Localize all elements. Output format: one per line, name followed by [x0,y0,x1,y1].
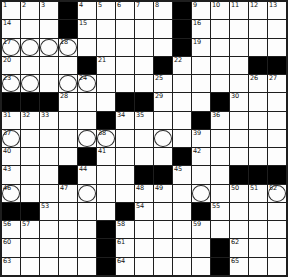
cell-r1c4-black [59,2,77,19]
cell-r10c9-black [154,166,172,183]
cell-r12c11-black [192,203,210,220]
cell-r2c13[interactable] [230,20,248,37]
cell-r4c14-black [249,57,267,74]
cell-r14c5[interactable] [78,239,96,256]
cell-r15c10[interactable] [173,258,191,275]
cell-r6c2-black [21,93,39,110]
cell-r10c7[interactable] [116,166,134,183]
cell-r11c5[interactable] [78,185,96,202]
circle-marker [59,75,77,92]
clue-number-37: 37 [3,130,11,137]
clue-number-49: 49 [155,185,163,192]
cell-r9c2[interactable] [21,148,39,165]
cell-r11c8[interactable]: 48 [135,185,153,202]
clue-number-20: 20 [3,57,11,64]
cell-r8c5[interactable] [78,130,96,147]
cell-r2c4-black [59,20,77,37]
cell-r7c13[interactable] [230,112,248,129]
cell-r3c7[interactable] [116,39,134,56]
cell-r14c9[interactable] [154,239,172,256]
cell-r9c13[interactable] [230,148,248,165]
cell-r7c9[interactable] [154,112,172,129]
cell-r13c14[interactable] [249,221,267,238]
cell-r1c14[interactable]: 12 [249,2,267,19]
cell-r2c3[interactable] [40,20,58,37]
clue-number-16: 16 [193,20,201,27]
cell-r8c10[interactable] [173,130,191,147]
cell-r4c11[interactable] [192,57,210,74]
cell-r15c15[interactable] [268,258,286,275]
cell-r4c12[interactable] [211,57,229,74]
clue-number-15: 15 [79,20,87,27]
cell-r11c7[interactable] [116,185,134,202]
cell-r14c6-black [97,239,115,256]
cell-r9c9[interactable] [154,148,172,165]
cell-r14c12-black [211,239,229,256]
cell-r13c1[interactable]: 56 [2,221,20,238]
cell-r15c12-black [211,258,229,275]
cell-r8c14[interactable] [249,130,267,147]
cell-r1c15[interactable]: 13 [268,2,286,19]
cell-r2c6[interactable] [97,20,115,37]
cell-r9c1[interactable]: 40 [2,148,20,165]
cell-r5c3[interactable] [40,75,58,92]
cell-r1c12[interactable]: 10 [211,2,229,19]
clue-number-64: 64 [117,258,125,265]
clue-number-58: 58 [117,221,125,228]
cell-r2c2[interactable] [21,20,39,37]
cell-r10c15-black [268,166,286,183]
cell-r12c10[interactable] [173,203,191,220]
clue-number-3: 3 [41,2,45,9]
cell-r4c10[interactable]: 22 [173,57,191,74]
clue-number-59: 59 [193,221,201,228]
clue-number-9: 9 [193,2,197,9]
cell-r3c13[interactable] [230,39,248,56]
clue-number-6: 6 [117,2,121,9]
cell-r9c3[interactable] [40,148,58,165]
clue-number-10: 10 [212,2,220,9]
cell-r7c14[interactable] [249,112,267,129]
cell-r1c3[interactable]: 3 [40,2,58,19]
cell-r4c9-black [154,57,172,74]
crossword-grid: 1234567891011121314151617181920212223242… [0,0,288,277]
cell-r12c13[interactable] [230,203,248,220]
cell-r3c2[interactable] [21,39,39,56]
cell-r14c7[interactable]: 61 [116,239,134,256]
cell-r7c5[interactable] [78,112,96,129]
cell-r4c2[interactable] [21,57,39,74]
clue-number-14: 14 [3,20,11,27]
cell-r15c4[interactable] [59,258,77,275]
cell-r6c14[interactable] [249,93,267,110]
cell-r13c9[interactable] [154,221,172,238]
clue-number-8: 8 [155,2,159,9]
cell-r5c10[interactable] [173,75,191,92]
cell-r4c8[interactable] [135,57,153,74]
cell-r10c12[interactable] [211,166,229,183]
cell-r5c7[interactable] [116,75,134,92]
cell-r9c8[interactable] [135,148,153,165]
cell-r2c5[interactable]: 15 [78,20,96,37]
clue-number-12: 12 [250,2,258,9]
clue-number-48: 48 [136,185,144,192]
cell-r12c9[interactable] [154,203,172,220]
cell-r4c1[interactable]: 20 [2,57,20,74]
clue-number-61: 61 [117,239,125,246]
cell-r6c12-black [211,93,229,110]
cell-r6c11[interactable] [192,93,210,110]
cell-r4c6[interactable]: 21 [97,57,115,74]
cell-r1c1[interactable]: 1 [2,2,20,19]
circle-marker [40,39,58,56]
cell-r3c10-black [173,39,191,56]
clue-number-42: 42 [193,148,201,155]
cell-r13c5[interactable] [78,221,96,238]
cell-r15c14[interactable] [249,258,267,275]
cell-r9c12[interactable] [211,148,229,165]
cell-r13c11[interactable]: 59 [192,221,210,238]
cell-r1c7[interactable]: 6 [116,2,134,19]
cell-r15c3[interactable] [40,258,58,275]
cell-r10c14-black [249,166,267,183]
cell-r12c5[interactable] [78,203,96,220]
cell-r13c8[interactable] [135,221,153,238]
cell-r14c8[interactable] [135,239,153,256]
clue-number-2: 2 [22,2,26,9]
cell-r8c12[interactable] [211,130,229,147]
cell-r6c3-black [40,93,58,110]
cell-r8c4[interactable] [59,130,77,147]
cell-r10c11[interactable] [192,166,210,183]
clue-number-40: 40 [3,148,11,155]
clue-number-31: 31 [3,112,11,119]
cell-r13c7[interactable]: 58 [116,221,134,238]
cell-r3c11[interactable]: 19 [192,39,210,56]
cell-r12c2-black [21,203,39,220]
cell-r10c2[interactable] [21,166,39,183]
cell-r2c10-black [173,20,191,37]
cell-r10c8-black [135,166,153,183]
cell-r4c3[interactable] [40,57,58,74]
clue-number-7: 7 [136,2,140,9]
cell-r6c9[interactable]: 29 [154,93,172,110]
cell-r12c6[interactable] [97,203,115,220]
clue-number-43: 43 [3,166,11,173]
cell-r13c3[interactable] [40,221,58,238]
cell-r12c7-black [116,203,134,220]
cell-r1c10-black [173,2,191,19]
cell-r13c6-black [97,221,115,238]
cell-r7c4[interactable] [59,112,77,129]
cell-r9c15[interactable] [268,148,286,165]
cell-r5c4[interactable] [59,75,77,92]
cell-r6c1-black [2,93,20,110]
cell-r6c5[interactable] [78,93,96,110]
cell-r4c13[interactable] [230,57,248,74]
clue-number-34: 34 [117,112,125,119]
cell-r13c15[interactable] [268,221,286,238]
clue-number-25: 25 [155,75,163,82]
clue-number-53: 53 [41,203,49,210]
cell-r2c15[interactable] [268,20,286,37]
cell-r7c12[interactable]: 36 [211,112,229,129]
cell-r5c5[interactable]: 24 [78,75,96,92]
cell-r2c12[interactable] [211,20,229,37]
cell-r13c12[interactable] [211,221,229,238]
clue-number-13: 13 [269,2,277,9]
cell-r5c2[interactable] [21,75,39,92]
cell-r6c13[interactable]: 30 [230,93,248,110]
cell-r7c7[interactable]: 34 [116,112,134,129]
cell-r9c4[interactable] [59,148,77,165]
clue-number-63: 63 [3,258,11,265]
cell-r3c8[interactable] [135,39,153,56]
cell-r3c6[interactable] [97,39,115,56]
clue-number-41: 41 [98,148,106,155]
clue-number-17: 17 [3,39,11,46]
cell-r1c11[interactable]: 9 [192,2,210,19]
cell-r11c1[interactable]: 46 [2,185,20,202]
cell-r9c10-black [173,148,191,165]
cell-r1c9[interactable]: 8 [154,2,172,19]
cell-r11c4[interactable]: 47 [59,185,77,202]
cell-r10c13-black [230,166,248,183]
cell-r7c6-black [97,112,115,129]
cell-r8c8[interactable] [135,130,153,147]
cell-r12c12[interactable]: 55 [211,203,229,220]
cell-r12c8[interactable]: 54 [135,203,153,220]
cell-r6c10[interactable] [173,93,191,110]
clue-number-30: 30 [231,93,239,100]
crossword-page: 1234567891011121314151617181920212223242… [0,0,288,277]
clue-number-35: 35 [136,112,144,119]
cell-r6c7-black [116,93,134,110]
cell-r15c6-black [97,258,115,275]
cell-r15c2[interactable] [21,258,39,275]
cell-r2c9[interactable] [154,20,172,37]
clue-number-11: 11 [231,2,239,9]
cell-r1c2[interactable]: 2 [21,2,39,19]
cell-r9c11[interactable]: 42 [192,148,210,165]
clue-number-50: 50 [231,185,239,192]
cell-r1c6[interactable]: 5 [97,2,115,19]
clue-number-4: 4 [79,2,83,9]
cell-r1c8[interactable]: 7 [135,2,153,19]
clue-number-47: 47 [60,185,68,192]
cell-r5c1[interactable]: 23 [2,75,20,92]
cell-r13c10[interactable] [173,221,191,238]
cell-r9c6[interactable]: 41 [97,148,115,165]
clue-number-5: 5 [98,2,102,9]
clue-number-36: 36 [212,112,220,119]
cell-r12c15[interactable] [268,203,286,220]
clue-number-55: 55 [212,203,220,210]
cell-r11c3[interactable] [40,185,58,202]
cell-r4c4[interactable] [59,57,77,74]
cell-r12c3[interactable]: 53 [40,203,58,220]
cell-r3c5[interactable] [78,39,96,56]
cell-r10c3[interactable] [40,166,58,183]
clue-number-56: 56 [3,221,11,228]
cell-r2c8[interactable] [135,20,153,37]
cell-r2c14[interactable] [249,20,267,37]
cell-r14c1[interactable]: 60 [2,239,20,256]
cell-r7c8[interactable]: 35 [135,112,153,129]
cell-r2c1[interactable]: 14 [2,20,20,37]
cell-r13c13[interactable] [230,221,248,238]
cell-r6c15[interactable] [268,93,286,110]
cell-r3c1[interactable]: 17 [2,39,20,56]
clue-number-33: 33 [41,112,49,119]
cell-r14c4[interactable] [59,239,77,256]
circle-marker [21,75,39,92]
clue-number-45: 45 [174,166,182,173]
cell-r4c7[interactable] [116,57,134,74]
cell-r10c10[interactable]: 45 [173,166,191,183]
clue-number-29: 29 [155,93,163,100]
clue-number-65: 65 [231,258,239,265]
cell-r13c2[interactable]: 57 [21,221,39,238]
cell-r8c1[interactable]: 37 [2,130,20,147]
cell-r12c4[interactable] [59,203,77,220]
cell-r3c4[interactable]: 18 [59,39,77,56]
circle-marker [78,185,96,202]
cell-r12c1-black [2,203,20,220]
clue-number-62: 62 [231,239,239,246]
clue-number-18: 18 [60,39,68,46]
clue-number-24: 24 [79,75,87,82]
cell-r7c10[interactable] [173,112,191,129]
cell-r15c13[interactable]: 65 [230,258,248,275]
clue-number-54: 54 [136,203,144,210]
cell-r9c7[interactable] [116,148,134,165]
cell-r8c3[interactable] [40,130,58,147]
cell-r14c10[interactable] [173,239,191,256]
cell-r5c14[interactable]: 26 [249,75,267,92]
cell-r10c6[interactable] [97,166,115,183]
cell-r10c4-black [59,166,77,183]
cell-r14c11[interactable] [192,239,210,256]
cell-r3c14[interactable] [249,39,267,56]
cell-r5c8[interactable] [135,75,153,92]
cell-r4c5-black [78,57,96,74]
cell-r14c15[interactable] [268,239,286,256]
cell-r10c5[interactable]: 44 [78,166,96,183]
cell-r5c12[interactable] [211,75,229,92]
cell-r11c11[interactable] [192,185,210,202]
cell-r5c15[interactable]: 27 [268,75,286,92]
cell-r10c1[interactable]: 43 [2,166,20,183]
cell-r6c8-black [135,93,153,110]
cell-r13c4[interactable] [59,221,77,238]
cell-r7c1[interactable]: 31 [2,112,20,129]
cell-r9c14[interactable] [249,148,267,165]
clue-number-1: 1 [3,2,7,9]
cell-r8c6[interactable]: 38 [97,130,115,147]
cell-r11c6[interactable] [97,185,115,202]
cell-r14c3[interactable] [40,239,58,256]
clue-number-46: 46 [3,185,11,192]
cell-r6c6[interactable] [97,93,115,110]
cell-r11c15[interactable]: 52 [268,185,286,202]
cell-r15c5[interactable] [78,258,96,275]
cell-r11c12[interactable] [211,185,229,202]
cell-r5c11[interactable] [192,75,210,92]
cell-r8c9[interactable] [154,130,172,147]
cell-r15c1[interactable]: 63 [2,258,20,275]
circle-marker [78,130,96,147]
cell-r5c13[interactable] [230,75,248,92]
cell-r11c14[interactable]: 51 [249,185,267,202]
cell-r8c11[interactable]: 39 [192,130,210,147]
clue-number-21: 21 [98,57,106,64]
cell-r12c14[interactable] [249,203,267,220]
clue-number-23: 23 [3,75,11,82]
clue-number-19: 19 [193,39,201,46]
cell-r4c15-black [268,57,286,74]
cell-r1c5[interactable]: 4 [78,2,96,19]
cell-r8c13[interactable] [230,130,248,147]
clue-number-22: 22 [174,57,182,64]
cell-r3c15[interactable] [268,39,286,56]
cell-r8c7[interactable] [116,130,134,147]
cell-r2c7[interactable] [116,20,134,37]
cell-r3c9[interactable] [154,39,172,56]
cell-r8c15[interactable] [268,130,286,147]
clue-number-32: 32 [22,112,30,119]
cell-r15c9[interactable] [154,258,172,275]
clue-number-44: 44 [79,166,87,173]
cell-r7c11-black [192,112,210,129]
circle-marker [21,39,39,56]
clue-number-26: 26 [250,75,258,82]
clue-number-39: 39 [193,130,201,137]
cell-r7c15[interactable] [268,112,286,129]
cell-r11c13[interactable]: 50 [230,185,248,202]
clue-number-38: 38 [98,130,106,137]
cell-r3c12[interactable] [211,39,229,56]
cell-r11c9[interactable]: 49 [154,185,172,202]
circle-marker [192,185,210,202]
cell-r3c3[interactable] [40,39,58,56]
cell-r9c5-black [78,148,96,165]
cell-r5c9[interactable]: 25 [154,75,172,92]
cell-r2c11[interactable]: 16 [192,20,210,37]
clue-number-28: 28 [60,93,68,100]
clue-number-27: 27 [269,75,277,82]
clue-number-51: 51 [250,185,258,192]
cell-r15c11[interactable] [192,258,210,275]
circle-marker [154,130,172,147]
cell-r14c14[interactable] [249,239,267,256]
cell-r11c2[interactable] [21,185,39,202]
cell-r1c13[interactable]: 11 [230,2,248,19]
cell-r11c10[interactable] [173,185,191,202]
clue-number-57: 57 [22,221,30,228]
cell-r15c8[interactable] [135,258,153,275]
cell-r5c6[interactable] [97,75,115,92]
cell-r7c2[interactable]: 32 [21,112,39,129]
cell-r8c2[interactable] [21,130,39,147]
clue-number-60: 60 [3,239,11,246]
cell-r14c13[interactable]: 62 [230,239,248,256]
cell-r6c4[interactable]: 28 [59,93,77,110]
cell-r14c2[interactable] [21,239,39,256]
cell-r7c3[interactable]: 33 [40,112,58,129]
clue-number-52: 52 [269,185,277,192]
cell-r15c7[interactable]: 64 [116,258,134,275]
